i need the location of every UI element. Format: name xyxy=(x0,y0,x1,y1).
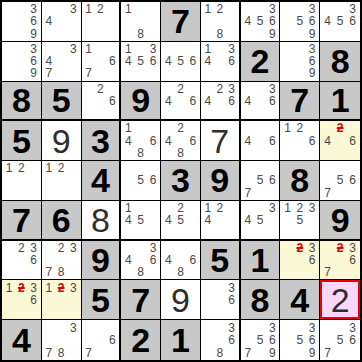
cell-r1c3[interactable]: 12 xyxy=(82,2,122,42)
empty-candidate-slot xyxy=(55,43,67,55)
empty-candidate-slot xyxy=(94,321,106,334)
candidate-4: 4 xyxy=(321,135,334,147)
empty-candidate-slot xyxy=(55,3,67,15)
empty-candidate-slot xyxy=(187,107,199,119)
cell-r4c9[interactable]: 246 xyxy=(320,121,360,161)
digit-9: 9 xyxy=(320,201,360,239)
candidate-grid: 128 xyxy=(202,3,238,40)
candidate-8: 8 xyxy=(55,346,67,359)
cell-r3c9[interactable]: 1 xyxy=(320,82,360,122)
cell-r1c6[interactable]: 128 xyxy=(201,2,241,42)
empty-candidate-slot xyxy=(294,28,306,40)
cell-r2c1[interactable]: 369 xyxy=(2,42,42,82)
cell-r2c9[interactable]: 8 xyxy=(320,42,360,82)
candidate-grid: 1468 xyxy=(122,122,159,159)
empty-candidate-slot xyxy=(147,202,159,214)
empty-candidate-slot xyxy=(162,83,174,95)
empty-candidate-slot xyxy=(67,28,79,40)
empty-candidate-slot xyxy=(242,162,254,174)
empty-candidate-slot xyxy=(122,28,134,40)
empty-candidate-slot xyxy=(15,28,27,40)
candidate-4: 4 xyxy=(202,55,214,67)
candidate-7: 7 xyxy=(321,187,334,199)
empty-candidate-slot xyxy=(67,55,79,67)
candidate-2: 2 xyxy=(214,3,226,15)
empty-candidate-slot xyxy=(122,226,134,238)
cell-r5c3[interactable]: 4 xyxy=(82,161,122,201)
candidate-grid: 124 xyxy=(202,202,238,238)
candidate-grid: 34569 xyxy=(242,3,279,40)
candidate-6: 6 xyxy=(346,15,359,27)
cell-r4c4[interactable]: 1468 xyxy=(121,121,161,161)
digit-8: 8 xyxy=(2,82,41,120)
empty-candidate-slot xyxy=(3,242,15,254)
candidate-grid: 3569 xyxy=(281,321,318,359)
cell-r8c6[interactable]: 36 xyxy=(201,280,241,320)
cell-r5c6[interactable]: 9 xyxy=(201,161,241,201)
cell-r6c1[interactable]: 7 xyxy=(2,201,42,241)
cell-r7c3[interactable]: 9 xyxy=(82,241,122,281)
empty-candidate-slot xyxy=(28,266,40,278)
empty-candidate-slot xyxy=(147,67,159,79)
empty-candidate-slot xyxy=(226,214,238,226)
cell-r1c8[interactable]: 3569 xyxy=(280,2,320,42)
cell-r5c5[interactable]: 3 xyxy=(161,161,201,201)
cell-r9c5[interactable]: 1 xyxy=(161,320,201,360)
candidate-3: 3 xyxy=(28,281,40,293)
digit-9: 9 xyxy=(161,280,200,319)
empty-candidate-slot xyxy=(214,214,226,226)
empty-candidate-slot xyxy=(254,83,266,95)
empty-candidate-slot xyxy=(3,3,15,15)
cell-r7c7[interactable]: 1 xyxy=(241,241,281,281)
empty-candidate-slot xyxy=(147,28,159,40)
candidate-5: 5 xyxy=(135,174,147,186)
empty-candidate-slot xyxy=(43,242,55,254)
cell-r6c6[interactable]: 124 xyxy=(201,201,241,241)
cell-r8c2[interactable]: 123 xyxy=(42,280,82,320)
candidate-6: 6 xyxy=(226,334,238,347)
empty-candidate-slot xyxy=(174,107,186,119)
empty-candidate-slot xyxy=(266,107,278,119)
empty-candidate-slot xyxy=(294,346,306,359)
candidate-grid: 123 xyxy=(43,281,80,318)
empty-candidate-slot xyxy=(135,67,147,79)
empty-candidate-slot xyxy=(83,83,95,95)
digit-2: 2 xyxy=(121,320,160,360)
cell-r7c8[interactable]: 236 xyxy=(280,241,320,281)
candidate-6: 6 xyxy=(306,254,318,266)
empty-candidate-slot xyxy=(162,67,174,79)
candidate-grid: 56 xyxy=(122,162,159,199)
candidate-grid: 368 xyxy=(202,321,238,359)
empty-candidate-slot xyxy=(3,43,15,55)
candidate-1: 1 xyxy=(281,202,293,214)
candidate-4: 4 xyxy=(122,214,134,226)
cell-r3c4[interactable]: 9 xyxy=(121,82,161,122)
empty-candidate-slot xyxy=(122,174,134,186)
cell-r1c9[interactable]: 3456 xyxy=(320,2,360,42)
empty-candidate-slot xyxy=(122,147,134,159)
candidate-6: 6 xyxy=(28,254,40,266)
cell-r4c3[interactable]: 3 xyxy=(82,121,122,161)
empty-candidate-slot xyxy=(187,266,199,278)
cell-r5c9[interactable]: 567 xyxy=(320,161,360,201)
empty-candidate-slot xyxy=(226,306,238,318)
candidate-5: 5 xyxy=(294,15,306,27)
empty-candidate-slot xyxy=(162,107,174,119)
empty-candidate-slot xyxy=(202,346,214,359)
cell-r7c6[interactable]: 5 xyxy=(201,241,241,281)
cell-r3c2[interactable]: 5 xyxy=(42,82,82,122)
empty-candidate-slot xyxy=(346,28,359,40)
empty-candidate-slot xyxy=(214,95,226,107)
empty-candidate-slot xyxy=(43,187,55,199)
empty-candidate-slot xyxy=(15,3,27,15)
empty-candidate-slot xyxy=(281,242,293,254)
cell-r4c7[interactable]: 46 xyxy=(241,121,281,161)
cell-r7c5[interactable]: 468 xyxy=(161,241,201,281)
candidate-5: 5 xyxy=(254,15,266,27)
candidate-6: 6 xyxy=(346,174,359,186)
digit-7: 7 xyxy=(161,2,200,41)
empty-candidate-slot xyxy=(187,67,199,79)
candidate-grid: 34 xyxy=(43,3,80,40)
empty-candidate-slot xyxy=(306,122,318,134)
empty-candidate-slot xyxy=(202,107,214,119)
empty-candidate-slot xyxy=(67,15,79,27)
candidate-grid: 26 xyxy=(83,83,119,119)
digit-8: 8 xyxy=(320,42,360,81)
cell-r4c6[interactable]: 7 xyxy=(201,121,241,161)
empty-candidate-slot xyxy=(242,226,254,238)
candidate-grid: 3569 xyxy=(281,3,318,40)
empty-candidate-slot xyxy=(55,334,67,347)
cell-r1c2[interactable]: 34 xyxy=(42,2,82,42)
cell-r9c3[interactable]: 67 xyxy=(82,320,122,360)
candidate-1: 1 xyxy=(122,122,134,134)
candidate-3: 3 xyxy=(306,202,318,214)
empty-candidate-slot xyxy=(202,226,214,238)
candidate-6: 6 xyxy=(266,334,278,347)
candidate-3: 3 xyxy=(67,321,79,334)
candidate-8: 8 xyxy=(174,147,186,159)
candidate-grid: 346 xyxy=(242,83,279,119)
candidate-6: 6 xyxy=(28,294,40,306)
empty-candidate-slot xyxy=(281,3,293,15)
candidate-grid: 236 xyxy=(281,242,318,279)
candidate-6: 6 xyxy=(226,294,238,306)
candidate-2: 2 xyxy=(94,3,106,15)
empty-candidate-slot xyxy=(43,321,55,334)
empty-candidate-slot xyxy=(281,346,293,359)
empty-candidate-slot xyxy=(266,214,278,226)
empty-candidate-slot xyxy=(254,226,266,238)
cell-r4c1[interactable]: 5 xyxy=(2,121,42,161)
empty-candidate-slot xyxy=(187,122,199,134)
empty-candidate-slot xyxy=(147,147,159,159)
candidate-4: 4 xyxy=(122,135,134,147)
empty-candidate-slot xyxy=(254,321,266,334)
empty-candidate-slot xyxy=(3,254,15,266)
empty-candidate-slot xyxy=(214,67,226,79)
empty-candidate-slot xyxy=(94,43,106,55)
empty-candidate-slot xyxy=(122,266,134,278)
empty-candidate-slot xyxy=(43,306,55,318)
candidate-grid: 145 xyxy=(122,202,159,238)
cell-r8c8[interactable]: 4 xyxy=(280,280,320,320)
candidate-2: 2 xyxy=(174,122,186,134)
candidate-grid: 369 xyxy=(3,43,40,80)
empty-candidate-slot xyxy=(135,122,147,134)
candidate-grid: 345 xyxy=(242,202,279,238)
candidate-4: 4 xyxy=(122,254,134,266)
empty-candidate-slot xyxy=(214,321,226,334)
empty-candidate-slot xyxy=(281,334,293,347)
empty-candidate-slot xyxy=(281,55,293,67)
empty-candidate-slot xyxy=(281,147,293,159)
cell-r2c4[interactable]: 13456 xyxy=(121,42,161,82)
candidate-4: 4 xyxy=(122,55,134,67)
cell-r5c8[interactable]: 8 xyxy=(280,161,320,201)
candidate-7: 7 xyxy=(242,346,254,359)
cell-r3c1[interactable]: 8 xyxy=(2,82,42,122)
cell-r6c5[interactable]: 245 xyxy=(161,201,201,241)
cell-r3c7[interactable]: 346 xyxy=(241,82,281,122)
cell-r6c2[interactable]: 6 xyxy=(42,201,82,241)
cell-r9c6[interactable]: 368 xyxy=(201,320,241,360)
cell-r7c1[interactable]: 236 xyxy=(2,241,42,281)
empty-candidate-slot xyxy=(135,226,147,238)
empty-candidate-slot xyxy=(202,306,214,318)
digit-5: 5 xyxy=(201,241,239,280)
cell-r2c2[interactable]: 347 xyxy=(42,42,82,82)
candidate-7: 7 xyxy=(43,67,55,79)
empty-candidate-slot xyxy=(94,28,106,40)
empty-candidate-slot xyxy=(106,321,118,334)
cell-r9c8[interactable]: 3569 xyxy=(280,320,320,360)
candidate-grid: 245 xyxy=(162,202,199,238)
empty-candidate-slot xyxy=(294,266,306,278)
cell-r6c9[interactable]: 9 xyxy=(320,201,360,241)
cell-r2c8[interactable]: 369 xyxy=(280,42,320,82)
candidate-2: 2 xyxy=(55,242,67,254)
empty-candidate-slot xyxy=(226,202,238,214)
empty-candidate-slot xyxy=(187,214,199,226)
cell-r9c4[interactable]: 2 xyxy=(121,320,161,360)
cell-r1c7[interactable]: 34569 xyxy=(241,2,281,42)
cell-r1c1[interactable]: 369 xyxy=(2,2,42,42)
cell-r3c6[interactable]: 2346 xyxy=(201,82,241,122)
cell-r8c3[interactable]: 5 xyxy=(82,280,122,320)
empty-candidate-slot xyxy=(254,28,266,40)
empty-candidate-slot xyxy=(135,3,147,15)
empty-candidate-slot xyxy=(346,266,359,278)
cell-r5c1[interactable]: 12 xyxy=(2,161,42,201)
empty-candidate-slot xyxy=(135,242,147,254)
candidate-3: 3 xyxy=(67,3,79,15)
cell-r1c4[interactable]: 18 xyxy=(121,2,161,42)
digit-9: 9 xyxy=(121,82,160,120)
empty-candidate-slot xyxy=(226,67,238,79)
candidate-3: 3 xyxy=(226,281,238,293)
empty-candidate-slot xyxy=(162,266,174,278)
empty-candidate-slot xyxy=(174,135,186,147)
empty-candidate-slot xyxy=(226,15,238,27)
candidate-grid: 3456 xyxy=(321,3,359,40)
empty-candidate-slot xyxy=(147,214,159,226)
empty-candidate-slot xyxy=(202,83,214,95)
cell-r4c8[interactable]: 126 xyxy=(280,121,320,161)
candidate-grid: 236 xyxy=(3,242,40,279)
empty-candidate-slot xyxy=(28,174,40,186)
cell-r9c9[interactable]: 3567 xyxy=(320,320,360,360)
cell-r8c1[interactable]: 1236 xyxy=(2,280,42,320)
cell-r8c5[interactable]: 9 xyxy=(161,280,201,320)
empty-candidate-slot xyxy=(106,83,118,95)
candidate-4: 4 xyxy=(242,135,254,147)
candidate-9: 9 xyxy=(306,28,318,40)
empty-candidate-slot xyxy=(15,306,27,318)
empty-candidate-slot xyxy=(226,3,238,15)
candidate-4: 4 xyxy=(242,15,254,27)
digit-9: 9 xyxy=(42,121,81,160)
candidate-7: 7 xyxy=(83,346,95,359)
empty-candidate-slot xyxy=(135,135,147,147)
empty-candidate-slot xyxy=(83,107,95,119)
empty-candidate-slot xyxy=(214,294,226,306)
empty-candidate-slot xyxy=(122,67,134,79)
empty-candidate-slot xyxy=(3,306,15,318)
candidate-6: 6 xyxy=(266,174,278,186)
empty-candidate-slot xyxy=(3,174,15,186)
cell-r3c3[interactable]: 26 xyxy=(82,82,122,122)
cell-r5c7[interactable]: 567 xyxy=(241,161,281,201)
digit-6: 6 xyxy=(42,201,81,239)
candidate-6: 6 xyxy=(266,135,278,147)
cell-r6c4[interactable]: 145 xyxy=(121,201,161,241)
cell-r4c5[interactable]: 2468 xyxy=(161,121,201,161)
cell-r6c8[interactable]: 1235 xyxy=(280,201,320,241)
candidate-grid: 46 xyxy=(242,122,279,159)
empty-candidate-slot xyxy=(67,174,79,186)
empty-candidate-slot xyxy=(202,67,214,79)
empty-candidate-slot xyxy=(214,334,226,347)
cell-r2c5[interactable]: 456 xyxy=(161,42,201,82)
candidate-5: 5 xyxy=(254,334,266,347)
digit-4: 4 xyxy=(280,280,319,319)
candidate-3: 3 xyxy=(266,321,278,334)
empty-candidate-slot xyxy=(67,266,79,278)
cell-r8c4[interactable]: 7 xyxy=(121,280,161,320)
candidate-5: 5 xyxy=(174,55,186,67)
candidate-3: 3 xyxy=(67,242,79,254)
empty-candidate-slot xyxy=(106,346,118,359)
candidate-grid: 67 xyxy=(83,321,119,359)
candidate-3: 3 xyxy=(306,321,318,334)
empty-candidate-slot xyxy=(334,346,347,359)
empty-candidate-slot xyxy=(15,43,27,55)
empty-candidate-slot xyxy=(94,334,106,347)
empty-candidate-slot xyxy=(83,321,95,334)
candidate-grid: 12 xyxy=(83,3,119,40)
cell-r9c2[interactable]: 378 xyxy=(42,320,82,360)
candidate-grid: 3468 xyxy=(122,242,159,279)
empty-candidate-slot xyxy=(346,122,359,134)
candidate-6: 6 xyxy=(187,95,199,107)
empty-candidate-slot xyxy=(202,321,214,334)
cell-r7c4[interactable]: 3468 xyxy=(121,241,161,281)
empty-candidate-slot xyxy=(122,15,134,27)
cell-r9c7[interactable]: 35679 xyxy=(241,320,281,360)
empty-candidate-slot xyxy=(55,55,67,67)
empty-candidate-slot xyxy=(67,334,79,347)
candidate-6: 6 xyxy=(346,135,359,147)
cell-r2c6[interactable]: 1346 xyxy=(201,42,241,82)
cell-r6c7[interactable]: 345 xyxy=(241,201,281,241)
candidate-grid: 3567 xyxy=(321,321,359,359)
cell-r5c2[interactable]: 12 xyxy=(42,161,82,201)
cell-r9c1[interactable]: 4 xyxy=(2,320,42,360)
empty-candidate-slot xyxy=(214,107,226,119)
cell-r6c3[interactable]: 8 xyxy=(82,201,122,241)
cell-r8c9[interactable]: 2 xyxy=(320,280,360,320)
empty-candidate-slot xyxy=(162,226,174,238)
cell-r8c7[interactable]: 8 xyxy=(241,280,281,320)
empty-candidate-slot xyxy=(321,122,334,134)
cell-r2c3[interactable]: 167 xyxy=(82,42,122,82)
cell-r3c8[interactable]: 7 xyxy=(280,82,320,122)
candidate-grid: 2367 xyxy=(321,242,359,279)
empty-candidate-slot xyxy=(174,226,186,238)
empty-candidate-slot xyxy=(254,122,266,134)
cell-r7c2[interactable]: 2378 xyxy=(42,241,82,281)
candidate-3: 3 xyxy=(346,321,359,334)
candidate-1: 1 xyxy=(3,281,15,293)
candidate-2: 2 xyxy=(214,202,226,214)
empty-candidate-slot xyxy=(346,187,359,199)
candidate-4: 4 xyxy=(242,214,254,226)
cell-r2c7[interactable]: 2 xyxy=(241,42,281,82)
eliminated-candidate-2: 2 xyxy=(294,242,306,254)
empty-candidate-slot xyxy=(306,266,318,278)
cell-r7c9[interactable]: 2367 xyxy=(320,241,360,281)
candidate-grid: 1346 xyxy=(202,43,238,80)
empty-candidate-slot xyxy=(3,294,15,306)
candidate-grid: 35679 xyxy=(242,321,279,359)
empty-candidate-slot xyxy=(122,162,134,174)
empty-candidate-slot xyxy=(281,67,293,79)
empty-candidate-slot xyxy=(254,95,266,107)
candidate-7: 7 xyxy=(43,346,55,359)
candidate-6: 6 xyxy=(346,334,359,347)
empty-candidate-slot xyxy=(242,107,254,119)
empty-candidate-slot xyxy=(281,43,293,55)
cell-r1c5[interactable]: 7 xyxy=(161,2,201,42)
candidate-grid: 246 xyxy=(321,122,359,159)
candidate-grid: 2346 xyxy=(202,83,238,119)
empty-candidate-slot xyxy=(321,334,334,347)
cell-r3c5[interactable]: 246 xyxy=(161,82,201,122)
cell-r4c2[interactable]: 9 xyxy=(42,121,82,161)
candidate-1: 1 xyxy=(202,3,214,15)
empty-candidate-slot xyxy=(266,122,278,134)
empty-candidate-slot xyxy=(15,254,27,266)
cell-r5c4[interactable]: 56 xyxy=(121,161,161,201)
candidate-7: 7 xyxy=(321,346,334,359)
candidate-grid: 369 xyxy=(3,3,40,40)
candidate-6: 6 xyxy=(106,55,118,67)
